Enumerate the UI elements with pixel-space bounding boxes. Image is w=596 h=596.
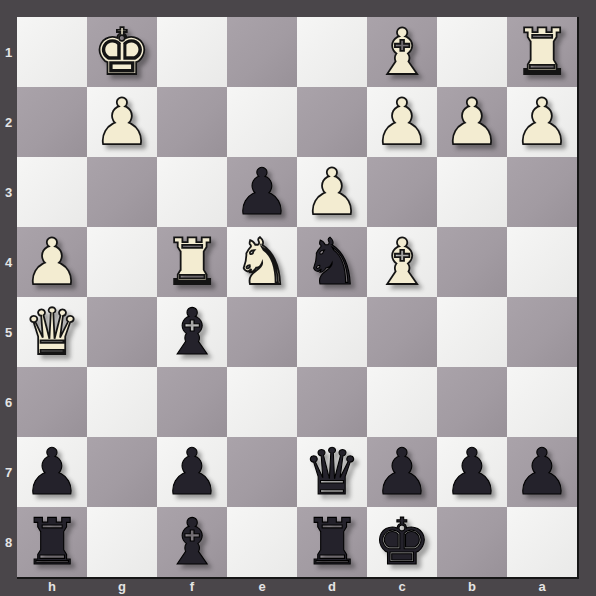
square-f3[interactable] (157, 157, 227, 227)
square-f6[interactable] (157, 367, 227, 437)
square-e1[interactable] (227, 17, 297, 87)
white-queen[interactable]: ♛ (23, 297, 80, 367)
square-b4[interactable] (437, 227, 507, 297)
white-rook[interactable]: ♜ (163, 227, 220, 297)
white-pawn[interactable]: ♟ (513, 87, 570, 157)
square-e4[interactable]: ♞ (227, 227, 297, 297)
square-c8[interactable]: ♚ (367, 507, 437, 577)
square-a1[interactable]: ♜ (507, 17, 577, 87)
rank-label-3: 3 (0, 157, 17, 227)
square-g1[interactable]: ♚ (87, 17, 157, 87)
white-rook[interactable]: ♜ (513, 17, 570, 87)
square-d3[interactable]: ♟ (297, 157, 367, 227)
square-b3[interactable] (437, 157, 507, 227)
square-g4[interactable] (87, 227, 157, 297)
square-h2[interactable] (17, 87, 87, 157)
black-bishop[interactable]: ♝ (163, 507, 220, 577)
square-f2[interactable] (157, 87, 227, 157)
rank-label-1: 1 (0, 17, 17, 87)
black-rook[interactable]: ♜ (23, 507, 80, 577)
white-bishop[interactable]: ♝ (373, 227, 430, 297)
square-b8[interactable] (437, 507, 507, 577)
square-g5[interactable] (87, 297, 157, 367)
square-b1[interactable] (437, 17, 507, 87)
square-h4[interactable]: ♟ (17, 227, 87, 297)
black-rook[interactable]: ♜ (303, 507, 360, 577)
rank-label-5: 5 (0, 297, 17, 367)
square-c7[interactable]: ♟ (367, 437, 437, 507)
file-label-c: c (367, 577, 437, 596)
black-pawn[interactable]: ♟ (513, 437, 570, 507)
square-e7[interactable] (227, 437, 297, 507)
file-label-f: f (157, 577, 227, 596)
square-e3[interactable]: ♟ (227, 157, 297, 227)
file-label-b: b (437, 577, 507, 596)
square-e6[interactable] (227, 367, 297, 437)
square-h7[interactable]: ♟ (17, 437, 87, 507)
square-d7[interactable]: ♛ (297, 437, 367, 507)
square-a4[interactable] (507, 227, 577, 297)
square-g2[interactable]: ♟ (87, 87, 157, 157)
square-h8[interactable]: ♜ (17, 507, 87, 577)
square-a8[interactable] (507, 507, 577, 577)
square-g8[interactable] (87, 507, 157, 577)
square-f7[interactable]: ♟ (157, 437, 227, 507)
square-d6[interactable] (297, 367, 367, 437)
square-c5[interactable] (367, 297, 437, 367)
square-g6[interactable] (87, 367, 157, 437)
rank-labels: 12345678 (0, 17, 17, 577)
square-h5[interactable]: ♛ (17, 297, 87, 367)
square-g7[interactable] (87, 437, 157, 507)
rank-label-7: 7 (0, 437, 17, 507)
square-c1[interactable]: ♝ (367, 17, 437, 87)
white-pawn[interactable]: ♟ (303, 157, 360, 227)
file-label-h: h (17, 577, 87, 596)
black-pawn[interactable]: ♟ (23, 437, 80, 507)
white-pawn[interactable]: ♟ (93, 87, 150, 157)
black-bishop[interactable]: ♝ (163, 297, 220, 367)
white-pawn[interactable]: ♟ (443, 87, 500, 157)
square-c2[interactable]: ♟ (367, 87, 437, 157)
black-pawn[interactable]: ♟ (163, 437, 220, 507)
white-bishop[interactable]: ♝ (373, 17, 430, 87)
square-c6[interactable] (367, 367, 437, 437)
chess-board[interactable]: ♚♝♜♟♟♟♟♟♟♟♜♞♞♝♛♝♟♟♛♟♟♟♜♝♜♚ (17, 17, 579, 579)
square-h6[interactable] (17, 367, 87, 437)
square-d5[interactable] (297, 297, 367, 367)
square-e5[interactable] (227, 297, 297, 367)
file-label-e: e (227, 577, 297, 596)
black-queen[interactable]: ♛ (303, 437, 360, 507)
square-c3[interactable] (367, 157, 437, 227)
square-e8[interactable] (227, 507, 297, 577)
square-a6[interactable] (507, 367, 577, 437)
square-b2[interactable]: ♟ (437, 87, 507, 157)
square-f1[interactable] (157, 17, 227, 87)
square-e2[interactable] (227, 87, 297, 157)
square-b5[interactable] (437, 297, 507, 367)
square-c4[interactable]: ♝ (367, 227, 437, 297)
black-pawn[interactable]: ♟ (443, 437, 500, 507)
square-f5[interactable]: ♝ (157, 297, 227, 367)
square-d4[interactable]: ♞ (297, 227, 367, 297)
square-h3[interactable] (17, 157, 87, 227)
square-f8[interactable]: ♝ (157, 507, 227, 577)
square-d8[interactable]: ♜ (297, 507, 367, 577)
file-labels: hgfedcba (17, 577, 577, 596)
rank-label-8: 8 (0, 507, 17, 577)
rank-label-4: 4 (0, 227, 17, 297)
square-b7[interactable]: ♟ (437, 437, 507, 507)
black-king[interactable]: ♚ (373, 507, 430, 577)
square-g3[interactable] (87, 157, 157, 227)
rank-label-2: 2 (0, 87, 17, 157)
file-label-g: g (87, 577, 157, 596)
square-d2[interactable] (297, 87, 367, 157)
square-f4[interactable]: ♜ (157, 227, 227, 297)
white-pawn[interactable]: ♟ (373, 87, 430, 157)
rank-label-6: 6 (0, 367, 17, 437)
black-pawn[interactable]: ♟ (233, 157, 290, 227)
square-d1[interactable] (297, 17, 367, 87)
square-a3[interactable] (507, 157, 577, 227)
square-b6[interactable] (437, 367, 507, 437)
black-knight[interactable]: ♞ (303, 227, 360, 297)
white-knight[interactable]: ♞ (233, 227, 290, 297)
white-king[interactable]: ♚ (93, 17, 150, 87)
square-h1[interactable] (17, 17, 87, 87)
white-pawn[interactable]: ♟ (23, 227, 80, 297)
black-pawn[interactable]: ♟ (373, 437, 430, 507)
file-label-d: d (297, 577, 367, 596)
board-frame: 12345678 ♚♝♜♟♟♟♟♟♟♟♜♞♞♝♛♝♟♟♛♟♟♟♜♝♜♚ hgfe… (0, 0, 596, 596)
square-a2[interactable]: ♟ (507, 87, 577, 157)
square-a5[interactable] (507, 297, 577, 367)
square-a7[interactable]: ♟ (507, 437, 577, 507)
file-label-a: a (507, 577, 577, 596)
